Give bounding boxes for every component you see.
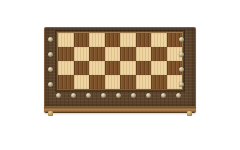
board-square	[136, 47, 152, 61]
board-square	[74, 33, 90, 47]
board-square	[120, 61, 136, 75]
board-square	[58, 61, 74, 75]
brass-stud	[179, 52, 184, 57]
brass-stud	[48, 52, 53, 57]
photo-background: { "game": "chess", "position": "8/8/8/8/…	[0, 0, 240, 150]
brass-stud	[179, 82, 184, 87]
brass-stud	[56, 93, 61, 98]
brass-stud	[179, 37, 184, 42]
board-square	[120, 75, 136, 89]
board-square	[89, 33, 105, 47]
chess-case	[44, 27, 196, 113]
board-square	[136, 33, 152, 47]
board-square	[89, 61, 105, 75]
board-square	[58, 33, 74, 47]
brass-stud	[71, 93, 76, 98]
brass-stud	[48, 82, 53, 87]
case-top-face	[44, 27, 196, 107]
brass-stud	[48, 37, 53, 42]
brass-foot-left	[48, 111, 53, 116]
board-square	[136, 61, 152, 75]
board-square	[151, 33, 167, 47]
board-square	[105, 61, 121, 75]
case-edge-strip	[44, 107, 196, 113]
board-square	[151, 75, 167, 89]
board-square	[151, 47, 167, 61]
board-square	[136, 75, 152, 89]
board-frame	[56, 31, 184, 91]
board-square	[105, 47, 121, 61]
board-square	[74, 61, 90, 75]
board-square	[89, 75, 105, 89]
board-square	[74, 75, 90, 89]
board-square	[105, 75, 121, 89]
brass-stud	[176, 93, 181, 98]
board-square	[120, 33, 136, 47]
board-square	[89, 47, 105, 61]
brass-stud	[179, 67, 184, 72]
brass-foot-right	[187, 111, 192, 116]
board-square	[58, 47, 74, 61]
board-square	[105, 33, 121, 47]
brass-stud	[86, 93, 91, 98]
board-square	[120, 47, 136, 61]
brass-stud	[131, 93, 136, 98]
chess-board	[58, 33, 182, 89]
brass-stud	[161, 93, 166, 98]
brass-stud	[48, 67, 53, 72]
brass-stud	[101, 93, 106, 98]
board-square	[58, 75, 74, 89]
board-square	[151, 61, 167, 75]
brass-stud	[116, 93, 121, 98]
board-square	[74, 47, 90, 61]
brass-stud	[146, 93, 151, 98]
